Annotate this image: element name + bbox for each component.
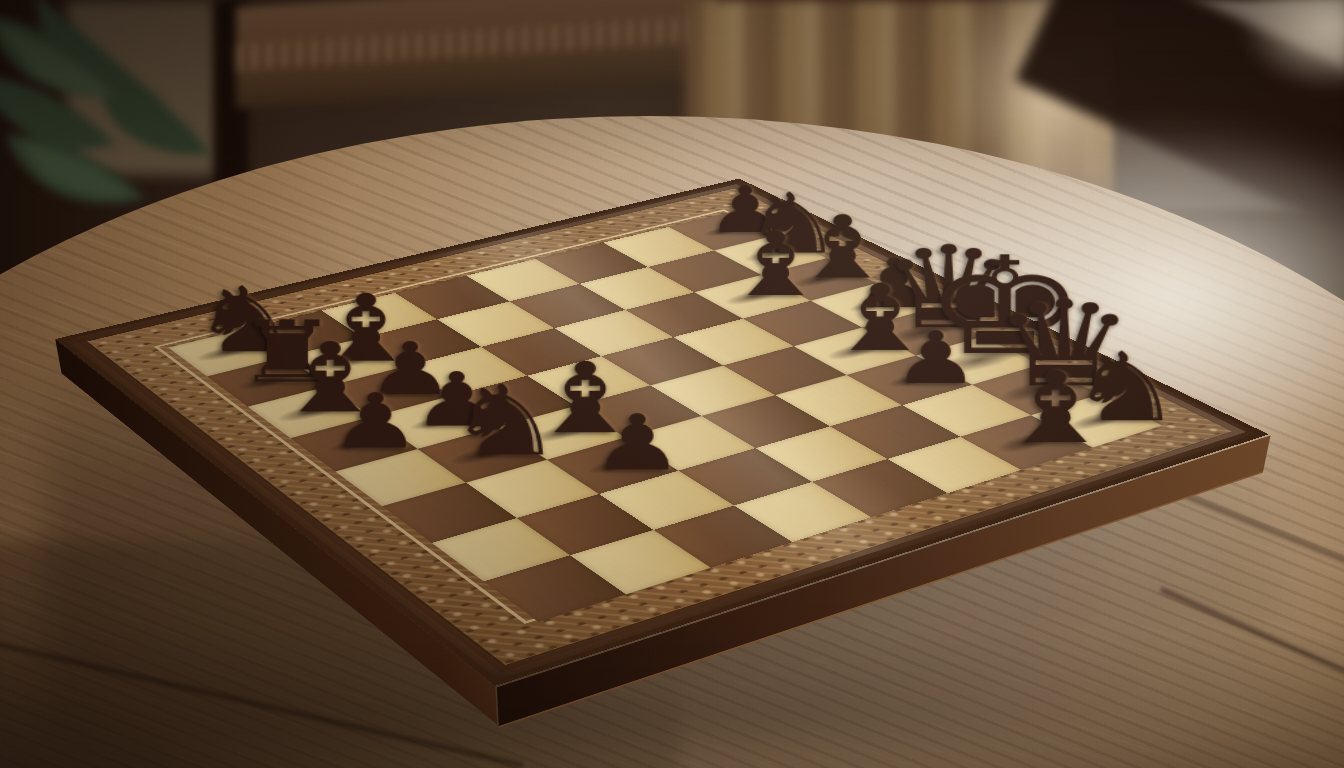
piece-knight-b4[interactable]: ♞ (446, 372, 564, 470)
piece-pawn-c3[interactable]: ♟ (591, 404, 684, 481)
piece-pawn-a5[interactable]: ♟ (330, 383, 422, 459)
piece-bishop-g1[interactable]: ♝ (996, 359, 1116, 458)
piece-pawn-g3[interactable]: ♟ (892, 322, 979, 394)
piece-bishop-g6[interactable]: ♝ (722, 220, 829, 308)
sunlight-corner-glow (1240, 0, 1344, 90)
sideboard-carving (236, 15, 716, 70)
photo-frame: ♞♟♜♝♞♝♟♝♝♟♟♟♞♝♝♛♟♟♚♛♝♞ (0, 0, 1344, 768)
